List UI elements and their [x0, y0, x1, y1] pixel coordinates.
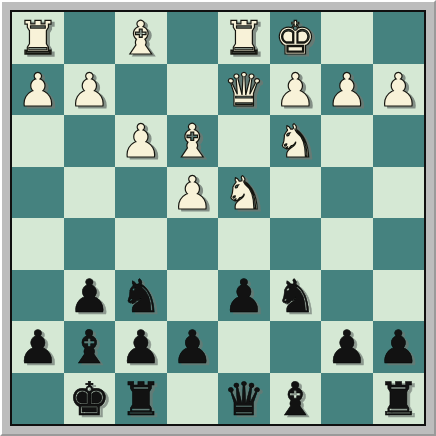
square-e2[interactable]	[167, 64, 219, 116]
square-g5[interactable]	[64, 218, 116, 270]
square-a2[interactable]: ♟	[373, 64, 425, 116]
white-rook: ♜	[223, 13, 264, 65]
square-h8[interactable]	[12, 373, 64, 425]
square-a3[interactable]	[373, 115, 425, 167]
square-d3[interactable]	[218, 115, 270, 167]
square-h5[interactable]	[12, 218, 64, 270]
square-c2[interactable]: ♟	[270, 64, 322, 116]
square-b6[interactable]	[321, 270, 373, 322]
square-c8[interactable]: ♝	[270, 373, 322, 425]
square-f3[interactable]: ♟	[115, 115, 167, 167]
square-g8[interactable]: ♚	[64, 373, 116, 425]
square-c5[interactable]	[270, 218, 322, 270]
square-e3[interactable]: ♝	[167, 115, 219, 167]
black-bishop: ♝	[275, 374, 316, 426]
square-e5[interactable]	[167, 218, 219, 270]
square-d1[interactable]: ♜	[218, 12, 270, 64]
black-pawn: ♟	[326, 322, 367, 374]
square-h1[interactable]: ♜	[12, 12, 64, 64]
square-e8[interactable]	[167, 373, 219, 425]
square-c7[interactable]	[270, 321, 322, 373]
square-f1[interactable]: ♝	[115, 12, 167, 64]
square-d4[interactable]: ♞	[218, 167, 270, 219]
white-bishop: ♝	[172, 116, 213, 168]
square-h2[interactable]: ♟	[12, 64, 64, 116]
black-queen: ♛	[223, 374, 264, 426]
square-c4[interactable]	[270, 167, 322, 219]
square-h6[interactable]	[12, 270, 64, 322]
square-b7[interactable]: ♟	[321, 321, 373, 373]
square-b8[interactable]	[321, 373, 373, 425]
square-d7[interactable]	[218, 321, 270, 373]
square-g2[interactable]: ♟	[64, 64, 116, 116]
black-bishop: ♝	[69, 322, 110, 374]
white-pawn: ♟	[120, 116, 161, 168]
square-g3[interactable]	[64, 115, 116, 167]
square-c1[interactable]: ♚	[270, 12, 322, 64]
square-b5[interactable]	[321, 218, 373, 270]
white-knight: ♞	[275, 116, 316, 168]
square-b1[interactable]	[321, 12, 373, 64]
square-e1[interactable]	[167, 12, 219, 64]
white-knight: ♞	[223, 168, 264, 220]
square-c6[interactable]: ♞	[270, 270, 322, 322]
square-h4[interactable]	[12, 167, 64, 219]
square-g1[interactable]	[64, 12, 116, 64]
white-pawn: ♟	[69, 65, 110, 117]
square-a6[interactable]	[373, 270, 425, 322]
square-d2[interactable]: ♛	[218, 64, 270, 116]
white-pawn: ♟	[17, 65, 58, 117]
square-g6[interactable]: ♟	[64, 270, 116, 322]
square-a8[interactable]: ♜	[373, 373, 425, 425]
white-pawn: ♟	[326, 65, 367, 117]
black-rook: ♜	[120, 374, 161, 426]
black-pawn: ♟	[69, 271, 110, 323]
square-e7[interactable]: ♟	[167, 321, 219, 373]
white-rook: ♜	[17, 13, 58, 65]
square-f8[interactable]: ♜	[115, 373, 167, 425]
square-b4[interactable]	[321, 167, 373, 219]
square-a1[interactable]	[373, 12, 425, 64]
black-pawn: ♟	[223, 271, 264, 323]
square-f7[interactable]: ♟	[115, 321, 167, 373]
black-knight: ♞	[120, 271, 161, 323]
square-f4[interactable]	[115, 167, 167, 219]
white-pawn: ♟	[172, 168, 213, 220]
white-pawn: ♟	[275, 65, 316, 117]
black-pawn: ♟	[378, 322, 419, 374]
square-c3[interactable]: ♞	[270, 115, 322, 167]
square-d5[interactable]	[218, 218, 270, 270]
white-king: ♚	[275, 13, 316, 65]
square-b2[interactable]: ♟	[321, 64, 373, 116]
chess-board: ♜♝♜♚♟♟♛♟♟♟♟♝♞♟♞♟♞♟♞♟♝♟♟♟♟♚♜♛♝♜	[10, 10, 426, 426]
white-pawn: ♟	[378, 65, 419, 117]
square-g7[interactable]: ♝	[64, 321, 116, 373]
square-a7[interactable]: ♟	[373, 321, 425, 373]
black-rook: ♜	[378, 374, 419, 426]
square-f2[interactable]	[115, 64, 167, 116]
square-d6[interactable]: ♟	[218, 270, 270, 322]
square-a5[interactable]	[373, 218, 425, 270]
black-pawn: ♟	[120, 322, 161, 374]
square-h3[interactable]	[12, 115, 64, 167]
white-bishop: ♝	[120, 13, 161, 65]
black-pawn: ♟	[172, 322, 213, 374]
square-h7[interactable]: ♟	[12, 321, 64, 373]
black-knight: ♞	[275, 271, 316, 323]
black-pawn: ♟	[17, 322, 58, 374]
square-g4[interactable]	[64, 167, 116, 219]
board-frame: ♜♝♜♚♟♟♛♟♟♟♟♝♞♟♞♟♞♟♞♟♝♟♟♟♟♚♜♛♝♜	[0, 0, 436, 436]
square-f6[interactable]: ♞	[115, 270, 167, 322]
black-king: ♚	[69, 374, 110, 426]
white-queen: ♛	[223, 65, 264, 117]
square-e4[interactable]: ♟	[167, 167, 219, 219]
square-f5[interactable]	[115, 218, 167, 270]
square-b3[interactable]	[321, 115, 373, 167]
square-d8[interactable]: ♛	[218, 373, 270, 425]
square-a4[interactable]	[373, 167, 425, 219]
square-e6[interactable]	[167, 270, 219, 322]
